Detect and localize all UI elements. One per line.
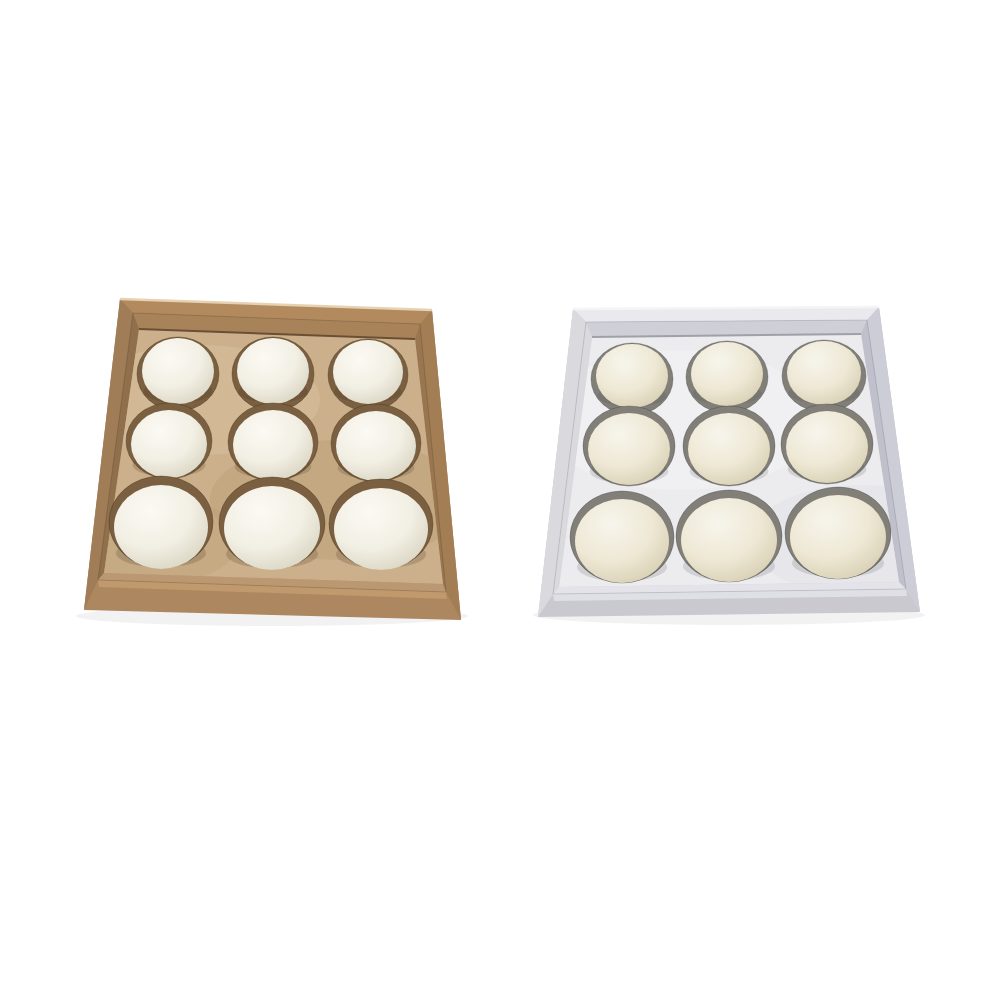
white-box-dome-r1c1 (596, 344, 668, 408)
scene-svg (0, 0, 1000, 1000)
kraft-box-dome-r3c3 (334, 488, 428, 570)
kraft-box-dome-r3c2 (224, 486, 320, 570)
kraft-box-dome-r1c2 (237, 338, 309, 404)
kraft-box (60, 299, 470, 626)
kraft-box-dome-r3c1 (114, 485, 208, 569)
white-box-dome-r1c3 (787, 341, 861, 405)
kraft-box-domes (109, 337, 433, 570)
kraft-box-dome-r1c3 (333, 340, 403, 404)
kraft-box-dome-r2c2 (233, 410, 313, 480)
kraft-box-dome-r1c1 (142, 338, 214, 404)
white-box (533, 307, 970, 625)
white-box-dome-r1c2 (691, 342, 763, 406)
white-box-dome-r2c3 (786, 411, 868, 483)
white-box-dome-r2c1 (588, 413, 670, 485)
white-box-dome-r3c3 (790, 495, 886, 579)
kraft-box-dome-r2c3 (336, 411, 416, 481)
white-box-domes (570, 340, 891, 583)
white-box-dome-r2c2 (688, 413, 770, 485)
white-box-dome-r3c1 (575, 499, 669, 583)
photo-canvas (0, 0, 1000, 1000)
white-box-dome-r3c2 (681, 498, 777, 582)
kraft-box-dome-r2c1 (131, 410, 207, 478)
